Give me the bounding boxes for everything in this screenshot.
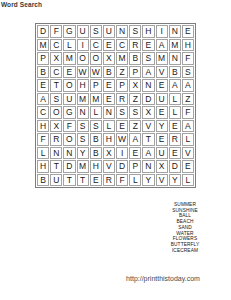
grid-cell-r5c6[interactable]: E	[103, 79, 115, 92]
grid-cell-r2c3[interactable]: L	[63, 39, 75, 52]
grid-cell-r10c5[interactable]: B	[90, 147, 102, 160]
grid-cell-r7c3[interactable]: G	[63, 106, 75, 119]
grid-cell-r5c12[interactable]: A	[182, 79, 194, 92]
grid-cell-r4c9[interactable]: A	[142, 66, 154, 79]
grid-cell-r8c7[interactable]: E	[116, 120, 128, 133]
grid-cell-r6c8[interactable]: Z	[129, 93, 141, 106]
grid-cell-r6c5[interactable]: M	[90, 93, 102, 106]
grid-cell-r12c1[interactable]: B	[37, 174, 49, 187]
grid-cell-r7c2[interactable]: O	[50, 106, 62, 119]
grid-cell-r11c10[interactable]: X	[156, 160, 168, 173]
grid-cell-r2c12[interactable]: H	[182, 39, 194, 52]
grid-cell-r6c9[interactable]: D	[142, 93, 154, 106]
grid-cell-r1c6[interactable]: U	[103, 25, 115, 38]
grid-cell-r6c6[interactable]: E	[103, 93, 115, 106]
grid-cell-r9c8[interactable]: A	[129, 133, 141, 146]
grid-cell-r3c12[interactable]: F	[182, 52, 194, 65]
grid-cell-r4c5[interactable]: W	[90, 66, 102, 79]
grid-cell-r4c4[interactable]: W	[77, 66, 89, 79]
grid-cell-r11c8[interactable]: P	[129, 160, 141, 173]
grid-cell-r9c9[interactable]: T	[142, 133, 154, 146]
grid-cell-r9c2[interactable]: R	[50, 133, 62, 146]
grid-cell-r12c11[interactable]: Y	[169, 174, 181, 187]
grid-cell-r12c9[interactable]: Y	[142, 174, 154, 187]
grid-cell-r11c6[interactable]: V	[103, 160, 115, 173]
grid-cell-r10c11[interactable]: E	[169, 147, 181, 160]
grid-cell-r3c5[interactable]: O	[90, 52, 102, 65]
grid-cell-r10c12[interactable]: V	[182, 147, 194, 160]
grid-cell-r3c10[interactable]: M	[156, 52, 168, 65]
grid-cell-r4c6[interactable]: B	[103, 66, 115, 79]
grid-cell-r8c6[interactable]: L	[103, 120, 115, 133]
grid-cell-r3c6[interactable]: X	[103, 52, 115, 65]
grid-cell-r1c12[interactable]: E	[182, 25, 194, 38]
grid-cell-r12c4[interactable]: T	[77, 174, 89, 187]
grid-cell-r12c7[interactable]: F	[116, 174, 128, 187]
grid-cell-r11c12[interactable]: E	[182, 160, 194, 173]
grid-cell-r10c1[interactable]: L	[37, 147, 49, 160]
grid-cell-r11c9[interactable]: N	[142, 160, 154, 173]
grid-cell-r10c7[interactable]: I	[116, 147, 128, 160]
grid-cell-r11c4[interactable]: M	[77, 160, 89, 173]
grid-cell-r2c8[interactable]: R	[129, 39, 141, 52]
grid-cell-r4c2[interactable]: C	[50, 66, 62, 79]
grid-cell-r3c8[interactable]: B	[129, 52, 141, 65]
grid-cell-r5c1[interactable]: E	[37, 79, 49, 92]
grid-cell-r12c8[interactable]: L	[129, 174, 141, 187]
grid-cell-r6c12[interactable]: Z	[182, 93, 194, 106]
grid-cell-r2c10[interactable]: A	[156, 39, 168, 52]
grid-cell-r2c5[interactable]: C	[90, 39, 102, 52]
grid-cell-r7c11[interactable]: L	[169, 106, 181, 119]
grid-cell-r11c11[interactable]: D	[169, 160, 181, 173]
grid-cell-r9c6[interactable]: H	[103, 133, 115, 146]
grid-cell-r2c6[interactable]: E	[103, 39, 115, 52]
grid-cell-r3c1[interactable]: P	[37, 52, 49, 65]
grid-cell-r6c1[interactable]: A	[37, 93, 49, 106]
grid-cell-r1c8[interactable]: S	[129, 25, 141, 38]
grid-cell-r5c11[interactable]: A	[169, 79, 181, 92]
grid-cell-r3c11[interactable]: N	[169, 52, 181, 65]
grid-cell-r11c2[interactable]: T	[50, 160, 62, 173]
word-search-grid: DFGUSUNSHINEMCLICECREAMHPXMOOXMBSMNFBCEW…	[35, 23, 196, 188]
grid-cell-r3c2[interactable]: X	[50, 52, 62, 65]
grid-cell-r4c8[interactable]: P	[129, 66, 141, 79]
grid-cell-r2c1[interactable]: M	[37, 39, 49, 52]
grid-cell-r10c9[interactable]: A	[142, 147, 154, 160]
grid-cell-r4c7[interactable]: Z	[116, 66, 128, 79]
grid-cell-r10c4[interactable]: Y	[77, 147, 89, 160]
grid-cell-r8c3[interactable]: F	[63, 120, 75, 133]
grid-cell-r3c3[interactable]: M	[63, 52, 75, 65]
grid-cell-r1c2[interactable]: F	[50, 25, 62, 38]
grid-cell-r1c1[interactable]: D	[37, 25, 49, 38]
grid-cell-r6c10[interactable]: U	[156, 93, 168, 106]
grid-cell-r2c4[interactable]: I	[77, 39, 89, 52]
grid-cell-r7c4[interactable]: N	[77, 106, 89, 119]
grid-cell-r1c9[interactable]: H	[142, 25, 154, 38]
grid-cell-r11c5[interactable]: H	[90, 160, 102, 173]
grid-cell-r5c9[interactable]: N	[142, 79, 154, 92]
grid-cell-r5c2[interactable]: T	[50, 79, 62, 92]
grid-cell-r3c4[interactable]: O	[77, 52, 89, 65]
grid-cell-r8c1[interactable]: H	[37, 120, 49, 133]
grid-cell-r9c3[interactable]: O	[63, 133, 75, 146]
grid-cell-r1c7[interactable]: N	[116, 25, 128, 38]
grid-cell-r3c7[interactable]: M	[116, 52, 128, 65]
grid-cell-r12c12[interactable]: L	[182, 174, 194, 187]
grid-cell-r8c5[interactable]: S	[90, 120, 102, 133]
page-title: Word Search	[1, 1, 42, 8]
grid-cell-r7c6[interactable]: N	[103, 106, 115, 119]
grid-cell-r12c2[interactable]: U	[50, 174, 62, 187]
grid-cell-r7c12[interactable]: F	[182, 106, 194, 119]
grid-cell-r10c10[interactable]: U	[156, 147, 168, 160]
grid-cell-r6c4[interactable]: M	[77, 93, 89, 106]
grid-cell-r10c3[interactable]: N	[63, 147, 75, 160]
grid-cell-r4c10[interactable]: V	[156, 66, 168, 79]
grid-cell-r7c10[interactable]: E	[156, 106, 168, 119]
grid-cell-r5c10[interactable]: E	[156, 79, 168, 92]
grid-cell-r6c3[interactable]: U	[63, 93, 75, 106]
grid-cell-r9c4[interactable]: S	[77, 133, 89, 146]
grid-cell-r11c1[interactable]: H	[37, 160, 49, 173]
grid-cell-r9c5[interactable]: B	[90, 133, 102, 146]
grid-cell-r11c3[interactable]: D	[63, 160, 75, 173]
grid-cell-r1c5[interactable]: S	[90, 25, 102, 38]
grid-cell-r4c11[interactable]: B	[169, 66, 181, 79]
grid-cell-r12c5[interactable]: E	[90, 174, 102, 187]
grid-cell-r4c12[interactable]: S	[182, 66, 194, 79]
word-list: SUMMERSUNSHINEBALLBEACHSANDWATERFLOWERSB…	[154, 202, 216, 253]
grid-cell-r9c11[interactable]: R	[169, 133, 181, 146]
grid-cell-r4c1[interactable]: B	[37, 66, 49, 79]
grid-cell-r5c4[interactable]: H	[77, 79, 89, 92]
grid-cell-r10c2[interactable]: N	[50, 147, 62, 160]
grid-cell-r8c10[interactable]: Y	[156, 120, 168, 133]
grid-cell-r5c3[interactable]: O	[63, 79, 75, 92]
grid-cell-r7c8[interactable]: S	[129, 106, 141, 119]
word-search-page: Word Search DFGUSUNSHINEMCLICECREAMHPXMO…	[0, 0, 231, 300]
grid-cell-r8c8[interactable]: Z	[129, 120, 141, 133]
grid-cell-r12c10[interactable]: V	[156, 174, 168, 187]
grid-cell-r7c5[interactable]: L	[90, 106, 102, 119]
grid-cell-r5c8[interactable]: X	[129, 79, 141, 92]
grid-cell-r6c7[interactable]: R	[116, 93, 128, 106]
grid-cell-r1c11[interactable]: N	[169, 25, 181, 38]
grid-cell-r3c9[interactable]: S	[142, 52, 154, 65]
grid-cell-r5c5[interactable]: P	[90, 79, 102, 92]
grid-cell-r8c12[interactable]: A	[182, 120, 194, 133]
grid-cell-r7c9[interactable]: X	[142, 106, 154, 119]
grid-cell-r7c7[interactable]: S	[116, 106, 128, 119]
grid-cell-r10c8[interactable]: E	[129, 147, 141, 160]
grid-cell-r2c2[interactable]: C	[50, 39, 62, 52]
grid-cell-r10c6[interactable]: X	[103, 147, 115, 160]
grid-cell-r6c2[interactable]: S	[50, 93, 62, 106]
source-url[interactable]: http://printthistoday.com	[100, 275, 226, 282]
grid-cell-r12c3[interactable]: T	[63, 174, 75, 187]
grid-cell-r8c11[interactable]: E	[169, 120, 181, 133]
grid-cell-r12c6[interactable]: R	[103, 174, 115, 187]
grid-cell-r9c10[interactable]: E	[156, 133, 168, 146]
grid-cell-r9c12[interactable]: L	[182, 133, 194, 146]
grid-cell-r4c3[interactable]: E	[63, 66, 75, 79]
grid-cell-r7c1[interactable]: C	[37, 106, 49, 119]
grid-cell-r9c7[interactable]: W	[116, 133, 128, 146]
grid-cell-r5c7[interactable]: P	[116, 79, 128, 92]
grid-cell-r2c9[interactable]: E	[142, 39, 154, 52]
grid-cell-r8c9[interactable]: V	[142, 120, 154, 133]
grid-cell-r8c4[interactable]: S	[77, 120, 89, 133]
word-list-item-icecream: ICECREAM	[154, 248, 216, 254]
grid-cell-r6c11[interactable]: L	[169, 93, 181, 106]
grid-cell-r8c2[interactable]: X	[50, 120, 62, 133]
grid-cell-r1c3[interactable]: G	[63, 25, 75, 38]
grid-cell-r2c11[interactable]: M	[169, 39, 181, 52]
grid-cell-r11c7[interactable]: D	[116, 160, 128, 173]
grid-cell-r1c4[interactable]: U	[77, 25, 89, 38]
grid-cell-r2c7[interactable]: C	[116, 39, 128, 52]
grid-cell-r1c10[interactable]: I	[156, 25, 168, 38]
grid-cell-r9c1[interactable]: F	[37, 133, 49, 146]
